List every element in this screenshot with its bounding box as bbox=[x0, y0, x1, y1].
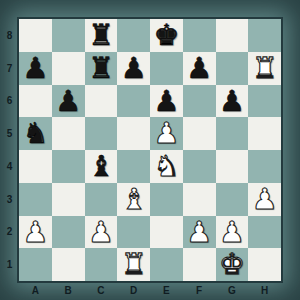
file-label-d: D bbox=[117, 281, 150, 300]
square-d6[interactable] bbox=[117, 85, 150, 118]
square-g5[interactable] bbox=[216, 117, 249, 150]
rank-label-8: 8 bbox=[0, 19, 19, 52]
square-h5[interactable] bbox=[248, 117, 281, 150]
square-c5[interactable] bbox=[85, 117, 118, 150]
square-c3[interactable] bbox=[85, 183, 118, 216]
square-e6[interactable]: ♟ bbox=[150, 85, 183, 118]
square-a8[interactable] bbox=[19, 19, 52, 52]
piece-black-pawn[interactable]: ♟ bbox=[153, 85, 179, 118]
file-labels: ABCDEFGH bbox=[19, 281, 281, 300]
square-b6[interactable]: ♟ bbox=[52, 85, 85, 118]
square-g8[interactable] bbox=[216, 19, 249, 52]
square-a5[interactable]: ♞ bbox=[19, 117, 52, 150]
square-h4[interactable] bbox=[248, 150, 281, 183]
square-e2[interactable] bbox=[150, 216, 183, 249]
rank-label-5: 5 bbox=[0, 117, 19, 150]
square-f3[interactable] bbox=[183, 183, 216, 216]
square-c8[interactable]: ♜ bbox=[85, 19, 118, 52]
piece-white-pawn[interactable]: ♟ bbox=[252, 183, 278, 216]
square-a3[interactable] bbox=[19, 183, 52, 216]
square-b1[interactable] bbox=[52, 248, 85, 281]
square-a4[interactable] bbox=[19, 150, 52, 183]
piece-white-pawn[interactable]: ♟ bbox=[153, 117, 179, 150]
file-label-e: E bbox=[150, 281, 183, 300]
square-g7[interactable] bbox=[216, 52, 249, 85]
square-e7[interactable] bbox=[150, 52, 183, 85]
square-h3[interactable]: ♟ bbox=[248, 183, 281, 216]
piece-black-pawn[interactable]: ♟ bbox=[219, 85, 245, 118]
square-b7[interactable] bbox=[52, 52, 85, 85]
square-g4[interactable] bbox=[216, 150, 249, 183]
piece-black-pawn[interactable]: ♟ bbox=[121, 52, 147, 85]
square-e4[interactable]: ♞ bbox=[150, 150, 183, 183]
chessboard-frame: 87654321 ABCDEFGH ♜♚♟♜♟♟♜♟♟♟♞♟♝♞♝♟♟♟♟♟♜♚ bbox=[0, 0, 300, 300]
piece-white-pawn[interactable]: ♟ bbox=[88, 216, 114, 249]
square-a1[interactable] bbox=[19, 248, 52, 281]
square-e5[interactable]: ♟ bbox=[150, 117, 183, 150]
rank-label-7: 7 bbox=[0, 52, 19, 85]
square-d3[interactable]: ♝ bbox=[117, 183, 150, 216]
piece-white-bishop[interactable]: ♝ bbox=[121, 183, 147, 216]
square-c6[interactable] bbox=[85, 85, 118, 118]
square-e1[interactable] bbox=[150, 248, 183, 281]
rank-labels: 87654321 bbox=[0, 19, 19, 281]
square-f2[interactable]: ♟ bbox=[183, 216, 216, 249]
square-f7[interactable]: ♟ bbox=[183, 52, 216, 85]
square-a7[interactable]: ♟ bbox=[19, 52, 52, 85]
rank-label-6: 6 bbox=[0, 85, 19, 118]
file-label-h: H bbox=[248, 281, 281, 300]
file-label-b: B bbox=[52, 281, 85, 300]
square-f5[interactable] bbox=[183, 117, 216, 150]
square-d1[interactable]: ♜ bbox=[117, 248, 150, 281]
square-g2[interactable]: ♟ bbox=[216, 216, 249, 249]
square-c7[interactable]: ♜ bbox=[85, 52, 118, 85]
piece-white-king[interactable]: ♚ bbox=[219, 248, 245, 281]
piece-white-rook[interactable]: ♜ bbox=[252, 52, 278, 85]
square-f6[interactable] bbox=[183, 85, 216, 118]
square-c2[interactable]: ♟ bbox=[85, 216, 118, 249]
square-h7[interactable]: ♜ bbox=[248, 52, 281, 85]
piece-black-knight[interactable]: ♞ bbox=[22, 117, 48, 150]
square-d2[interactable] bbox=[117, 216, 150, 249]
square-a6[interactable] bbox=[19, 85, 52, 118]
file-label-c: C bbox=[85, 281, 118, 300]
piece-black-pawn[interactable]: ♟ bbox=[186, 52, 212, 85]
piece-black-pawn[interactable]: ♟ bbox=[22, 52, 48, 85]
piece-black-king[interactable]: ♚ bbox=[153, 19, 179, 52]
square-d4[interactable] bbox=[117, 150, 150, 183]
piece-black-bishop[interactable]: ♝ bbox=[88, 150, 114, 183]
square-d8[interactable] bbox=[117, 19, 150, 52]
square-f4[interactable] bbox=[183, 150, 216, 183]
file-label-g: G bbox=[216, 281, 249, 300]
piece-white-rook[interactable]: ♜ bbox=[121, 248, 147, 281]
piece-black-rook[interactable]: ♜ bbox=[88, 52, 114, 85]
square-f1[interactable] bbox=[183, 248, 216, 281]
chess-board: ♜♚♟♜♟♟♜♟♟♟♞♟♝♞♝♟♟♟♟♟♜♚ bbox=[19, 19, 281, 281]
piece-white-pawn[interactable]: ♟ bbox=[22, 216, 48, 249]
square-c4[interactable]: ♝ bbox=[85, 150, 118, 183]
rank-label-2: 2 bbox=[0, 216, 19, 249]
square-b8[interactable] bbox=[52, 19, 85, 52]
piece-white-pawn[interactable]: ♟ bbox=[219, 216, 245, 249]
rank-label-3: 3 bbox=[0, 183, 19, 216]
square-b3[interactable] bbox=[52, 183, 85, 216]
square-f8[interactable] bbox=[183, 19, 216, 52]
square-g3[interactable] bbox=[216, 183, 249, 216]
square-e3[interactable] bbox=[150, 183, 183, 216]
piece-black-rook[interactable]: ♜ bbox=[88, 19, 114, 52]
square-b2[interactable] bbox=[52, 216, 85, 249]
rank-label-4: 4 bbox=[0, 150, 19, 183]
square-e8[interactable]: ♚ bbox=[150, 19, 183, 52]
square-h1[interactable] bbox=[248, 248, 281, 281]
square-g1[interactable]: ♚ bbox=[216, 248, 249, 281]
square-h8[interactable] bbox=[248, 19, 281, 52]
square-b5[interactable] bbox=[52, 117, 85, 150]
square-a2[interactable]: ♟ bbox=[19, 216, 52, 249]
square-g6[interactable]: ♟ bbox=[216, 85, 249, 118]
square-h2[interactable] bbox=[248, 216, 281, 249]
square-c1[interactable] bbox=[85, 248, 118, 281]
file-label-f: F bbox=[183, 281, 216, 300]
piece-white-pawn[interactable]: ♟ bbox=[186, 216, 212, 249]
square-h6[interactable] bbox=[248, 85, 281, 118]
square-d5[interactable] bbox=[117, 117, 150, 150]
square-d7[interactable]: ♟ bbox=[117, 52, 150, 85]
rank-label-1: 1 bbox=[0, 248, 19, 281]
piece-white-knight[interactable]: ♞ bbox=[153, 150, 179, 183]
file-label-a: A bbox=[19, 281, 52, 300]
square-b4[interactable] bbox=[52, 150, 85, 183]
piece-black-pawn[interactable]: ♟ bbox=[55, 85, 81, 118]
